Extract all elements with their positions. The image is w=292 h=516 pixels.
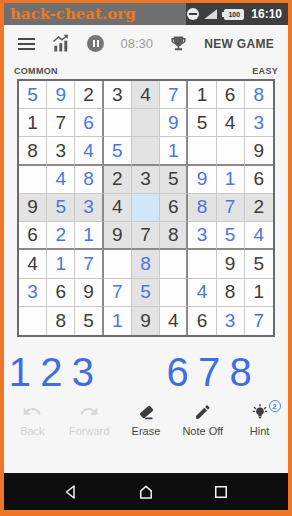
cell-r6c1[interactable]: 6 <box>19 222 47 250</box>
cell-r1c5[interactable]: 4 <box>132 81 160 109</box>
cell-r1c9[interactable]: 8 <box>245 81 273 109</box>
hint-label: Hint <box>250 425 270 437</box>
cell-r2c3[interactable]: 6 <box>75 109 103 137</box>
battery-level: 100 <box>224 9 244 20</box>
cell-r3c2[interactable]: 3 <box>47 137 75 165</box>
cell-r6c7[interactable]: 3 <box>188 222 216 250</box>
cell-r5c1[interactable]: 9 <box>19 194 47 222</box>
trophy-icon[interactable] <box>169 34 188 53</box>
numpad-empty-slot <box>256 348 288 396</box>
note-toggle-label: Note Off <box>182 425 223 437</box>
forward-button[interactable]: Forward <box>61 400 118 446</box>
banner-difficulty-label: EASY <box>252 66 278 76</box>
cell-r2c9[interactable]: 3 <box>245 109 273 137</box>
cell-r8c1[interactable]: 3 <box>19 279 47 307</box>
stats-icon[interactable] <box>51 34 71 54</box>
cell-r4c2[interactable]: 4 <box>47 166 75 194</box>
android-nav-bar <box>4 473 288 510</box>
forward-label: Forward <box>69 425 109 437</box>
nav-back-icon[interactable] <box>62 483 80 501</box>
watermark-banner: hack-cheat.org <box>4 3 186 25</box>
clock: 16:10 <box>251 7 282 21</box>
cell-r9c7[interactable]: 6 <box>188 307 216 335</box>
cell-r8c7[interactable]: 4 <box>188 279 216 307</box>
numpad-empty-slot <box>99 348 131 396</box>
battery-icon: 100 <box>222 9 244 20</box>
cell-r8c2[interactable]: 6 <box>47 279 75 307</box>
cell-r9c3[interactable]: 5 <box>75 307 103 335</box>
cell-r7c8[interactable]: 9 <box>217 250 245 278</box>
cell-r1c2[interactable]: 9 <box>47 81 75 109</box>
cell-r9c2[interactable]: 8 <box>47 307 75 335</box>
cell-r5c7[interactable]: 8 <box>188 194 216 222</box>
numpad-empty-slot <box>130 348 162 396</box>
cell-r4c9[interactable]: 6 <box>245 166 273 194</box>
numpad-3[interactable]: 3 <box>67 348 99 396</box>
cell-r3c3[interactable]: 4 <box>75 137 103 165</box>
cell-r4c8[interactable]: 1 <box>217 166 245 194</box>
nav-recents-icon[interactable] <box>212 483 230 501</box>
cell-r8c4[interactable]: 7 <box>104 279 132 307</box>
cell-r9c4[interactable]: 1 <box>104 307 132 335</box>
note-toggle-button[interactable]: Note Off <box>174 400 231 446</box>
numpad-1[interactable]: 1 <box>4 348 36 396</box>
app-screen: hack-cheat.org 100 16:10 08:3 <box>0 0 292 516</box>
cell-r6c4[interactable]: 9 <box>104 222 132 250</box>
cell-r5c6[interactable]: 6 <box>160 194 188 222</box>
cell-r8c9[interactable]: 1 <box>245 279 273 307</box>
cell-r2c2[interactable]: 7 <box>47 109 75 137</box>
banner-row: COMMON EASY <box>4 62 288 79</box>
cell-r4c6[interactable]: 5 <box>160 166 188 194</box>
sudoku-grid: 5923471681769543834519482359169534687262… <box>17 79 275 337</box>
cell-r2c6[interactable]: 9 <box>160 109 188 137</box>
cell-r4c1[interactable] <box>19 166 47 194</box>
cell-r6c8[interactable]: 5 <box>217 222 245 250</box>
cell-r7c5[interactable]: 8 <box>132 250 160 278</box>
do-not-disturb-icon <box>187 8 199 20</box>
cell-r5c9[interactable]: 2 <box>245 194 273 222</box>
cell-r5c2[interactable]: 5 <box>47 194 75 222</box>
action-bar: Back Forward Erase Note Off 2 <box>4 400 288 446</box>
cell-r9c8[interactable]: 3 <box>217 307 245 335</box>
cell-r7c1[interactable]: 4 <box>19 250 47 278</box>
cell-r1c7[interactable]: 1 <box>188 81 216 109</box>
back-label: Back <box>20 425 44 437</box>
pause-button[interactable] <box>87 35 104 52</box>
cell-r3c5[interactable] <box>132 137 160 165</box>
numpad-8[interactable]: 8 <box>225 348 257 396</box>
cell-r4c7[interactable]: 9 <box>188 166 216 194</box>
erase-label: Erase <box>132 425 161 437</box>
cell-r3c8[interactable] <box>217 137 245 165</box>
cell-r3c7[interactable] <box>188 137 216 165</box>
watermark-text: hack-cheat.org <box>10 5 136 23</box>
cell-r2c1[interactable]: 1 <box>19 109 47 137</box>
menu-icon[interactable] <box>18 38 35 50</box>
cell-r7c7[interactable] <box>188 250 216 278</box>
back-button[interactable]: Back <box>4 400 61 446</box>
cell-r3c6[interactable]: 1 <box>160 137 188 165</box>
new-game-button[interactable]: NEW GAME <box>204 37 274 51</box>
signal-icon <box>204 9 217 19</box>
cell-r6c3[interactable]: 1 <box>75 222 103 250</box>
cell-r5c3[interactable]: 3 <box>75 194 103 222</box>
cell-r7c9[interactable]: 5 <box>245 250 273 278</box>
cell-r7c3[interactable]: 7 <box>75 250 103 278</box>
cell-r1c3[interactable]: 2 <box>75 81 103 109</box>
erase-button[interactable]: Erase <box>118 400 175 446</box>
cell-r7c6[interactable] <box>160 250 188 278</box>
cell-r8c8[interactable]: 8 <box>217 279 245 307</box>
cell-r2c8[interactable]: 4 <box>217 109 245 137</box>
cell-r1c4[interactable]: 3 <box>104 81 132 109</box>
numpad-2[interactable]: 2 <box>36 348 68 396</box>
cell-r9c9[interactable]: 7 <box>245 307 273 335</box>
cell-r8c5[interactable]: 5 <box>132 279 160 307</box>
cell-r7c4[interactable] <box>104 250 132 278</box>
timer: 08:30 <box>120 36 153 51</box>
cell-r5c5[interactable] <box>132 194 160 222</box>
hint-badge: 2 <box>269 400 281 412</box>
cell-r9c6[interactable]: 4 <box>160 307 188 335</box>
cell-r6c5[interactable]: 7 <box>132 222 160 250</box>
cell-r4c3[interactable]: 8 <box>75 166 103 194</box>
cell-r4c4[interactable]: 2 <box>104 166 132 194</box>
banner-common-label: COMMON <box>14 66 58 76</box>
toolbar: 08:30 NEW GAME <box>4 25 288 62</box>
cell-r3c1[interactable]: 8 <box>19 137 47 165</box>
cell-r2c7[interactable]: 5 <box>188 109 216 137</box>
cell-r9c5[interactable]: 9 <box>132 307 160 335</box>
numpad-6[interactable]: 6 <box>162 348 194 396</box>
cell-r8c6[interactable] <box>160 279 188 307</box>
cell-r1c6[interactable]: 7 <box>160 81 188 109</box>
cell-r6c9[interactable]: 4 <box>245 222 273 250</box>
status-bar: hack-cheat.org 100 16:10 <box>4 3 288 25</box>
number-pad: 123678 <box>4 348 288 396</box>
cell-r6c2[interactable]: 2 <box>47 222 75 250</box>
numpad-7[interactable]: 7 <box>193 348 225 396</box>
nav-home-icon[interactable] <box>136 483 156 501</box>
cell-r2c4[interactable] <box>104 109 132 137</box>
cell-r2c5[interactable] <box>132 109 160 137</box>
cell-r5c4[interactable]: 4 <box>104 194 132 222</box>
bulb-icon <box>249 403 271 423</box>
cell-r1c1[interactable]: 5 <box>19 81 47 109</box>
cell-r3c4[interactable]: 5 <box>104 137 132 165</box>
cell-r3c9[interactable]: 9 <box>245 137 273 165</box>
cell-r1c8[interactable]: 6 <box>217 81 245 109</box>
cell-r8c3[interactable]: 9 <box>75 279 103 307</box>
cell-r4c5[interactable]: 3 <box>132 166 160 194</box>
hint-button[interactable]: 2 Hint <box>231 400 288 446</box>
cell-r9c1[interactable] <box>19 307 47 335</box>
cell-r6c6[interactable]: 8 <box>160 222 188 250</box>
cell-r7c2[interactable]: 1 <box>47 250 75 278</box>
cell-r5c8[interactable]: 7 <box>217 194 245 222</box>
